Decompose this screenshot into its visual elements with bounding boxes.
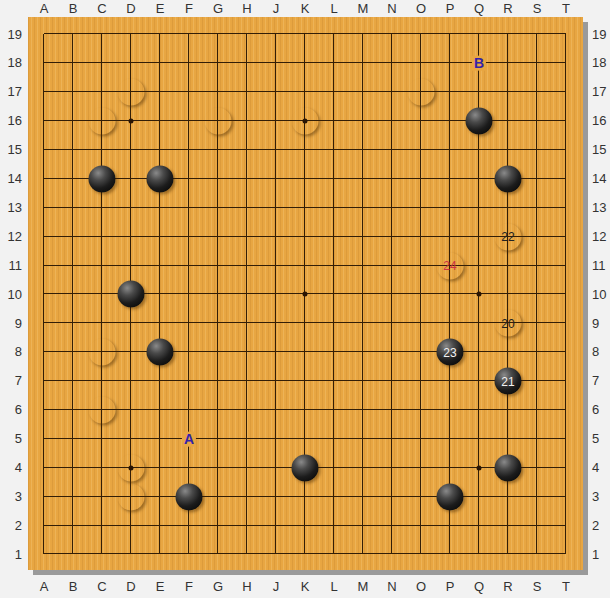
intersection-T8[interactable] [552, 338, 581, 367]
intersection-Q16[interactable] [465, 107, 494, 136]
intersection-B17[interactable] [59, 78, 88, 107]
intersection-Q12[interactable] [465, 222, 494, 251]
intersection-S16[interactable] [523, 107, 552, 136]
intersection-C18[interactable] [88, 49, 117, 78]
intersection-A11[interactable] [30, 251, 59, 280]
intersection-B9[interactable] [59, 309, 88, 338]
intersection-D9[interactable] [117, 309, 146, 338]
intersection-C8[interactable] [88, 338, 117, 367]
intersection-P2[interactable] [436, 511, 465, 540]
intersection-R5[interactable] [494, 424, 523, 453]
intersection-K5[interactable] [291, 424, 320, 453]
intersection-N18[interactable] [378, 49, 407, 78]
intersection-E8[interactable] [146, 338, 175, 367]
intersection-D8[interactable] [117, 338, 146, 367]
intersection-A8[interactable] [30, 338, 59, 367]
intersection-P5[interactable] [436, 424, 465, 453]
intersection-Q5[interactable] [465, 424, 494, 453]
intersection-Q2[interactable] [465, 511, 494, 540]
intersection-Q4[interactable] [465, 453, 494, 482]
intersection-E15[interactable] [146, 136, 175, 165]
intersection-G16[interactable] [204, 107, 233, 136]
intersection-M5[interactable] [349, 424, 378, 453]
intersection-P11[interactable]: 24 [436, 251, 465, 280]
intersection-Q10[interactable] [465, 280, 494, 309]
intersection-O16[interactable] [407, 107, 436, 136]
intersection-A14[interactable] [30, 164, 59, 193]
intersection-E7[interactable] [146, 367, 175, 396]
intersection-H5[interactable] [233, 424, 262, 453]
intersection-F8[interactable] [175, 338, 204, 367]
intersection-J16[interactable] [262, 107, 291, 136]
intersection-F11[interactable] [175, 251, 204, 280]
intersection-J6[interactable] [262, 396, 291, 425]
intersection-G3[interactable] [204, 482, 233, 511]
intersection-K9[interactable] [291, 309, 320, 338]
intersection-K3[interactable] [291, 482, 320, 511]
intersection-J2[interactable] [262, 511, 291, 540]
intersection-R9[interactable]: 20 [494, 309, 523, 338]
intersection-N13[interactable] [378, 193, 407, 222]
intersection-O14[interactable] [407, 164, 436, 193]
intersection-E2[interactable] [146, 511, 175, 540]
intersection-S19[interactable] [523, 20, 552, 49]
intersection-E19[interactable] [146, 20, 175, 49]
intersection-T12[interactable] [552, 222, 581, 251]
intersection-O3[interactable] [407, 482, 436, 511]
intersection-A12[interactable] [30, 222, 59, 251]
intersection-F7[interactable] [175, 367, 204, 396]
intersection-P3[interactable] [436, 482, 465, 511]
intersection-Q7[interactable] [465, 367, 494, 396]
intersection-N12[interactable] [378, 222, 407, 251]
intersection-T4[interactable] [552, 453, 581, 482]
intersection-N1[interactable] [378, 540, 407, 569]
intersection-L19[interactable] [320, 20, 349, 49]
intersection-S5[interactable] [523, 424, 552, 453]
intersection-P10[interactable] [436, 280, 465, 309]
intersection-L9[interactable] [320, 309, 349, 338]
intersection-D10[interactable] [117, 280, 146, 309]
intersection-L15[interactable] [320, 136, 349, 165]
intersection-A19[interactable] [30, 20, 59, 49]
intersection-E18[interactable] [146, 49, 175, 78]
intersection-S2[interactable] [523, 511, 552, 540]
intersection-B14[interactable] [59, 164, 88, 193]
intersection-K7[interactable] [291, 367, 320, 396]
intersection-F1[interactable] [175, 540, 204, 569]
intersection-D2[interactable] [117, 511, 146, 540]
intersection-E10[interactable] [146, 280, 175, 309]
intersection-D1[interactable] [117, 540, 146, 569]
intersection-D3[interactable] [117, 482, 146, 511]
intersection-G18[interactable] [204, 49, 233, 78]
intersection-S6[interactable] [523, 396, 552, 425]
intersection-G17[interactable] [204, 78, 233, 107]
intersection-E16[interactable] [146, 107, 175, 136]
intersection-P13[interactable] [436, 193, 465, 222]
intersection-C4[interactable] [88, 453, 117, 482]
intersection-T2[interactable] [552, 511, 581, 540]
intersection-K12[interactable] [291, 222, 320, 251]
intersection-C7[interactable] [88, 367, 117, 396]
intersection-E3[interactable] [146, 482, 175, 511]
intersection-H12[interactable] [233, 222, 262, 251]
intersection-E4[interactable] [146, 453, 175, 482]
intersection-H19[interactable] [233, 20, 262, 49]
intersection-R12[interactable]: 22 [494, 222, 523, 251]
intersection-N11[interactable] [378, 251, 407, 280]
intersection-K13[interactable] [291, 193, 320, 222]
intersection-B4[interactable] [59, 453, 88, 482]
intersection-K10[interactable] [291, 280, 320, 309]
intersection-M8[interactable] [349, 338, 378, 367]
intersection-C16[interactable] [88, 107, 117, 136]
intersection-A4[interactable] [30, 453, 59, 482]
intersection-R13[interactable] [494, 193, 523, 222]
intersection-K8[interactable] [291, 338, 320, 367]
intersection-S13[interactable] [523, 193, 552, 222]
intersection-J12[interactable] [262, 222, 291, 251]
intersection-D16[interactable] [117, 107, 146, 136]
intersection-C17[interactable] [88, 78, 117, 107]
intersection-L1[interactable] [320, 540, 349, 569]
intersection-A15[interactable] [30, 136, 59, 165]
intersection-Q9[interactable] [465, 309, 494, 338]
intersection-C1[interactable] [88, 540, 117, 569]
intersection-D15[interactable] [117, 136, 146, 165]
intersection-D6[interactable] [117, 396, 146, 425]
intersection-D14[interactable] [117, 164, 146, 193]
intersection-A9[interactable] [30, 309, 59, 338]
intersection-F14[interactable] [175, 164, 204, 193]
intersection-O11[interactable] [407, 251, 436, 280]
intersection-H15[interactable] [233, 136, 262, 165]
intersection-J1[interactable] [262, 540, 291, 569]
intersection-F10[interactable] [175, 280, 204, 309]
intersection-D19[interactable] [117, 20, 146, 49]
intersection-J3[interactable] [262, 482, 291, 511]
intersection-B10[interactable] [59, 280, 88, 309]
intersection-A10[interactable] [30, 280, 59, 309]
intersection-G13[interactable] [204, 193, 233, 222]
intersection-J13[interactable] [262, 193, 291, 222]
intersection-Q11[interactable] [465, 251, 494, 280]
intersection-H18[interactable] [233, 49, 262, 78]
intersection-L3[interactable] [320, 482, 349, 511]
intersection-O4[interactable] [407, 453, 436, 482]
intersection-J17[interactable] [262, 78, 291, 107]
intersection-S3[interactable] [523, 482, 552, 511]
intersection-J11[interactable] [262, 251, 291, 280]
intersection-D5[interactable] [117, 424, 146, 453]
intersection-O9[interactable] [407, 309, 436, 338]
intersection-P6[interactable] [436, 396, 465, 425]
intersection-T10[interactable] [552, 280, 581, 309]
intersection-G12[interactable] [204, 222, 233, 251]
intersection-L11[interactable] [320, 251, 349, 280]
intersection-L4[interactable] [320, 453, 349, 482]
intersection-O1[interactable] [407, 540, 436, 569]
intersection-B16[interactable] [59, 107, 88, 136]
intersection-N16[interactable] [378, 107, 407, 136]
intersection-L7[interactable] [320, 367, 349, 396]
intersection-Q15[interactable] [465, 136, 494, 165]
intersection-M6[interactable] [349, 396, 378, 425]
intersection-H1[interactable] [233, 540, 262, 569]
intersection-B8[interactable] [59, 338, 88, 367]
intersection-M19[interactable] [349, 20, 378, 49]
intersection-B18[interactable] [59, 49, 88, 78]
intersection-T14[interactable] [552, 164, 581, 193]
intersection-H16[interactable] [233, 107, 262, 136]
intersection-F6[interactable] [175, 396, 204, 425]
intersection-K17[interactable] [291, 78, 320, 107]
intersection-J9[interactable] [262, 309, 291, 338]
intersection-O8[interactable] [407, 338, 436, 367]
intersection-P1[interactable] [436, 540, 465, 569]
intersection-M1[interactable] [349, 540, 378, 569]
intersection-O19[interactable] [407, 20, 436, 49]
intersection-S9[interactable] [523, 309, 552, 338]
intersection-A16[interactable] [30, 107, 59, 136]
intersection-A3[interactable] [30, 482, 59, 511]
intersection-Q14[interactable] [465, 164, 494, 193]
intersection-M14[interactable] [349, 164, 378, 193]
intersection-G1[interactable] [204, 540, 233, 569]
intersection-P8[interactable]: 23 [436, 338, 465, 367]
intersection-C11[interactable] [88, 251, 117, 280]
intersection-O15[interactable] [407, 136, 436, 165]
intersection-N5[interactable] [378, 424, 407, 453]
intersection-L10[interactable] [320, 280, 349, 309]
intersection-A7[interactable] [30, 367, 59, 396]
intersection-S15[interactable] [523, 136, 552, 165]
intersection-B13[interactable] [59, 193, 88, 222]
intersection-S10[interactable] [523, 280, 552, 309]
intersection-E5[interactable] [146, 424, 175, 453]
intersection-R8[interactable] [494, 338, 523, 367]
intersection-C9[interactable] [88, 309, 117, 338]
intersection-H2[interactable] [233, 511, 262, 540]
intersection-C13[interactable] [88, 193, 117, 222]
intersection-T11[interactable] [552, 251, 581, 280]
intersection-N14[interactable] [378, 164, 407, 193]
intersection-H7[interactable] [233, 367, 262, 396]
intersection-R4[interactable] [494, 453, 523, 482]
intersection-F13[interactable] [175, 193, 204, 222]
intersection-S17[interactable] [523, 78, 552, 107]
intersection-G14[interactable] [204, 164, 233, 193]
intersection-G9[interactable] [204, 309, 233, 338]
intersection-R2[interactable] [494, 511, 523, 540]
intersection-S1[interactable] [523, 540, 552, 569]
intersection-R18[interactable] [494, 49, 523, 78]
intersection-T3[interactable] [552, 482, 581, 511]
intersection-J18[interactable] [262, 49, 291, 78]
intersection-Q1[interactable] [465, 540, 494, 569]
intersection-F5[interactable]: A [175, 424, 204, 453]
intersection-G2[interactable] [204, 511, 233, 540]
intersection-P15[interactable] [436, 136, 465, 165]
intersection-G19[interactable] [204, 20, 233, 49]
intersection-R19[interactable] [494, 20, 523, 49]
intersection-F15[interactable] [175, 136, 204, 165]
intersection-O5[interactable] [407, 424, 436, 453]
intersection-Q3[interactable] [465, 482, 494, 511]
intersection-D7[interactable] [117, 367, 146, 396]
intersection-H4[interactable] [233, 453, 262, 482]
intersection-R17[interactable] [494, 78, 523, 107]
intersection-O2[interactable] [407, 511, 436, 540]
intersection-O13[interactable] [407, 193, 436, 222]
intersection-R14[interactable] [494, 164, 523, 193]
intersection-B7[interactable] [59, 367, 88, 396]
intersection-T19[interactable] [552, 20, 581, 49]
intersection-C5[interactable] [88, 424, 117, 453]
intersection-A2[interactable] [30, 511, 59, 540]
intersection-B19[interactable] [59, 20, 88, 49]
intersection-R11[interactable] [494, 251, 523, 280]
intersection-M11[interactable] [349, 251, 378, 280]
intersection-R3[interactable] [494, 482, 523, 511]
intersection-K2[interactable] [291, 511, 320, 540]
intersection-K19[interactable] [291, 20, 320, 49]
intersection-D4[interactable] [117, 453, 146, 482]
intersection-Q19[interactable] [465, 20, 494, 49]
intersection-E9[interactable] [146, 309, 175, 338]
intersection-S7[interactable] [523, 367, 552, 396]
intersection-P4[interactable] [436, 453, 465, 482]
intersection-S12[interactable] [523, 222, 552, 251]
intersection-B12[interactable] [59, 222, 88, 251]
intersection-F9[interactable] [175, 309, 204, 338]
intersection-B15[interactable] [59, 136, 88, 165]
intersection-N3[interactable] [378, 482, 407, 511]
intersection-S14[interactable] [523, 164, 552, 193]
intersection-N2[interactable] [378, 511, 407, 540]
intersection-B6[interactable] [59, 396, 88, 425]
intersection-L5[interactable] [320, 424, 349, 453]
intersection-C19[interactable] [88, 20, 117, 49]
intersection-F4[interactable] [175, 453, 204, 482]
intersection-S11[interactable] [523, 251, 552, 280]
intersection-B1[interactable] [59, 540, 88, 569]
intersection-R16[interactable] [494, 107, 523, 136]
intersection-J4[interactable] [262, 453, 291, 482]
intersection-N17[interactable] [378, 78, 407, 107]
intersection-P12[interactable] [436, 222, 465, 251]
intersection-D13[interactable] [117, 193, 146, 222]
intersection-S4[interactable] [523, 453, 552, 482]
intersection-J19[interactable] [262, 20, 291, 49]
intersection-N6[interactable] [378, 396, 407, 425]
intersection-P7[interactable] [436, 367, 465, 396]
intersection-P9[interactable] [436, 309, 465, 338]
intersection-G4[interactable] [204, 453, 233, 482]
intersection-M12[interactable] [349, 222, 378, 251]
intersection-H13[interactable] [233, 193, 262, 222]
intersection-H10[interactable] [233, 280, 262, 309]
intersection-K14[interactable] [291, 164, 320, 193]
intersection-T18[interactable] [552, 49, 581, 78]
intersection-T6[interactable] [552, 396, 581, 425]
intersection-B2[interactable] [59, 511, 88, 540]
intersection-Q6[interactable] [465, 396, 494, 425]
intersection-L2[interactable] [320, 511, 349, 540]
intersection-B11[interactable] [59, 251, 88, 280]
intersection-G5[interactable] [204, 424, 233, 453]
intersection-C10[interactable] [88, 280, 117, 309]
intersection-K18[interactable] [291, 49, 320, 78]
intersection-N19[interactable] [378, 20, 407, 49]
intersection-M13[interactable] [349, 193, 378, 222]
intersection-C6[interactable] [88, 396, 117, 425]
intersection-F3[interactable] [175, 482, 204, 511]
intersection-C15[interactable] [88, 136, 117, 165]
intersection-O18[interactable] [407, 49, 436, 78]
intersection-J10[interactable] [262, 280, 291, 309]
intersection-N15[interactable] [378, 136, 407, 165]
intersection-R1[interactable] [494, 540, 523, 569]
intersection-M7[interactable] [349, 367, 378, 396]
intersection-K6[interactable] [291, 396, 320, 425]
intersection-G8[interactable] [204, 338, 233, 367]
intersection-E17[interactable] [146, 78, 175, 107]
intersection-G11[interactable] [204, 251, 233, 280]
intersection-P17[interactable] [436, 78, 465, 107]
intersection-O7[interactable] [407, 367, 436, 396]
intersection-H6[interactable] [233, 396, 262, 425]
intersection-D11[interactable] [117, 251, 146, 280]
intersection-E11[interactable] [146, 251, 175, 280]
intersection-A17[interactable] [30, 78, 59, 107]
intersection-O12[interactable] [407, 222, 436, 251]
intersection-A13[interactable] [30, 193, 59, 222]
intersection-P14[interactable] [436, 164, 465, 193]
intersection-C3[interactable] [88, 482, 117, 511]
intersection-E13[interactable] [146, 193, 175, 222]
intersection-H17[interactable] [233, 78, 262, 107]
intersection-E14[interactable] [146, 164, 175, 193]
intersection-T16[interactable] [552, 107, 581, 136]
intersection-J5[interactable] [262, 424, 291, 453]
intersection-L6[interactable] [320, 396, 349, 425]
intersection-O17[interactable] [407, 78, 436, 107]
intersection-M4[interactable] [349, 453, 378, 482]
intersection-T5[interactable] [552, 424, 581, 453]
intersection-O10[interactable] [407, 280, 436, 309]
intersection-G15[interactable] [204, 136, 233, 165]
intersection-A18[interactable] [30, 49, 59, 78]
intersection-N9[interactable] [378, 309, 407, 338]
intersection-M15[interactable] [349, 136, 378, 165]
intersection-H14[interactable] [233, 164, 262, 193]
intersection-R10[interactable] [494, 280, 523, 309]
intersection-S8[interactable] [523, 338, 552, 367]
intersection-M16[interactable] [349, 107, 378, 136]
intersection-R6[interactable] [494, 396, 523, 425]
intersection-T7[interactable] [552, 367, 581, 396]
intersection-K1[interactable] [291, 540, 320, 569]
intersection-G7[interactable] [204, 367, 233, 396]
intersection-L18[interactable] [320, 49, 349, 78]
intersection-K16[interactable] [291, 107, 320, 136]
intersection-D17[interactable] [117, 78, 146, 107]
intersection-Q17[interactable] [465, 78, 494, 107]
intersection-B3[interactable] [59, 482, 88, 511]
intersection-K4[interactable] [291, 453, 320, 482]
